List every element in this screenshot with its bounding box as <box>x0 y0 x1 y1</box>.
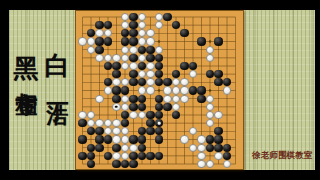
last-move-marker <box>158 122 161 125</box>
white-stone <box>146 37 154 45</box>
black-stone <box>138 144 146 152</box>
white-stone <box>104 54 112 62</box>
white-stone <box>206 103 214 111</box>
white-stone <box>121 95 129 103</box>
black-stone <box>146 152 154 160</box>
white-stone <box>172 95 180 103</box>
black-stone <box>129 135 137 143</box>
black-stone <box>180 29 188 37</box>
black-stone <box>95 46 103 54</box>
black-stone <box>121 37 129 45</box>
black-stone <box>95 135 103 143</box>
white-stone <box>180 78 188 86</box>
white-stone <box>206 95 214 103</box>
white-stone <box>146 78 154 86</box>
white-stone <box>112 78 120 86</box>
black-stone <box>197 86 205 94</box>
white-stone <box>146 86 154 94</box>
white-stone <box>95 54 103 62</box>
black-stone <box>112 95 120 103</box>
white-color-label: 白 <box>44 33 70 34</box>
white-stone <box>146 29 154 37</box>
black-stone <box>214 127 222 135</box>
white-stone <box>78 37 86 45</box>
white-stone <box>138 37 146 45</box>
white-stone <box>189 144 197 152</box>
white-stone <box>129 144 137 152</box>
white-stone <box>121 103 129 111</box>
white-stone <box>129 62 137 70</box>
black-stone <box>78 119 86 127</box>
white-stone <box>206 46 214 54</box>
white-stone <box>197 144 205 152</box>
black-stone <box>138 152 146 160</box>
black-stone <box>87 144 95 152</box>
black-stone <box>214 70 222 78</box>
black-color-label: 黑 <box>13 36 39 37</box>
white-stone <box>112 152 120 160</box>
white-stone <box>180 135 188 143</box>
white-stone <box>172 86 180 94</box>
black-stone <box>129 13 137 21</box>
black-stone <box>129 78 137 86</box>
black-stone <box>121 86 129 94</box>
white-stone <box>112 127 120 135</box>
white-stone <box>146 70 154 78</box>
white-stone <box>112 103 120 111</box>
white-stone <box>138 86 146 94</box>
white-stone <box>214 111 222 119</box>
white-stone <box>180 95 188 103</box>
black-player-name: 卞相壹 <box>15 74 37 77</box>
white-stone <box>95 29 103 37</box>
black-stone <box>214 37 222 45</box>
white-player-name: 丁浩 <box>46 85 68 87</box>
black-stone <box>95 127 103 135</box>
black-stone <box>129 70 137 78</box>
black-stone <box>95 144 103 152</box>
black-stone <box>197 95 205 103</box>
black-stone <box>155 103 163 111</box>
black-stone <box>87 152 95 160</box>
black-stone <box>138 135 146 143</box>
black-stone <box>155 54 163 62</box>
black-stone <box>155 135 163 143</box>
white-stone <box>121 135 129 143</box>
black-stone <box>104 37 112 45</box>
go-board[interactable] <box>75 10 244 170</box>
white-stone <box>95 119 103 127</box>
black-stone <box>95 21 103 29</box>
black-stone <box>206 135 214 143</box>
white-stone <box>129 46 137 54</box>
white-stone <box>104 86 112 94</box>
black-stone <box>146 127 154 135</box>
black-stone <box>197 37 205 45</box>
white-stone <box>95 95 103 103</box>
black-stone <box>189 86 197 94</box>
black-stone <box>129 37 137 45</box>
black-stone <box>112 86 120 94</box>
star-point <box>158 40 160 42</box>
black-stone <box>129 152 137 160</box>
white-stone <box>121 152 129 160</box>
watermark-text: 徐老师围棋教室 <box>252 149 312 161</box>
white-stone <box>197 135 205 143</box>
white-stone <box>112 54 120 62</box>
black-stone <box>112 70 120 78</box>
white-stone <box>155 46 163 54</box>
black-stone <box>180 62 188 70</box>
black-stone <box>138 46 146 54</box>
white-stone <box>180 86 188 94</box>
black-stone <box>129 160 137 168</box>
white-stone <box>121 46 129 54</box>
black-stone <box>129 29 137 37</box>
black-stone <box>104 152 112 160</box>
black-stone <box>214 78 222 86</box>
black-stone <box>129 54 137 62</box>
black-stone <box>155 152 163 160</box>
black-stone <box>78 135 86 143</box>
black-stone <box>214 135 222 143</box>
white-stone <box>138 54 146 62</box>
black-stone <box>138 95 146 103</box>
black-stone <box>104 135 112 143</box>
black-stone <box>146 46 154 54</box>
star-point <box>209 89 211 91</box>
white-stone <box>223 86 231 94</box>
black-stone <box>112 160 120 168</box>
black-stone <box>129 95 137 103</box>
white-stone <box>163 95 171 103</box>
star-point <box>158 89 160 91</box>
white-stone <box>163 86 171 94</box>
star-point <box>209 40 211 42</box>
black-stone <box>206 144 214 152</box>
white-stone <box>172 103 180 111</box>
black-stone <box>223 144 231 152</box>
white-stone <box>197 152 205 160</box>
white-stone <box>146 62 154 70</box>
white-stone <box>78 111 86 119</box>
white-stone <box>214 152 222 160</box>
black-stone <box>78 152 86 160</box>
white-stone <box>87 46 95 54</box>
black-stone <box>163 78 171 86</box>
black-stone <box>146 119 154 127</box>
video-frame: { "game": "go", "board_size": 19, "playe… <box>0 0 320 180</box>
white-stone <box>112 119 120 127</box>
white-stone <box>121 54 129 62</box>
black-stone <box>112 144 120 152</box>
white-stone <box>197 160 205 168</box>
black-stone <box>223 152 231 160</box>
white-stone <box>121 144 129 152</box>
black-stone <box>155 95 163 103</box>
black-stone <box>214 144 222 152</box>
black-stone <box>112 62 120 70</box>
black-stone <box>163 13 171 21</box>
black-stone <box>146 111 154 119</box>
black-stone <box>163 103 171 111</box>
black-stone <box>129 103 137 111</box>
black-stone <box>129 21 137 29</box>
black-stone <box>95 37 103 45</box>
white-stone <box>87 37 95 45</box>
white-stone <box>129 111 137 119</box>
last-move-marker <box>115 106 118 109</box>
white-stone <box>112 135 120 143</box>
black-stone <box>146 54 154 62</box>
black-stone <box>138 103 146 111</box>
white-stone <box>206 54 214 62</box>
